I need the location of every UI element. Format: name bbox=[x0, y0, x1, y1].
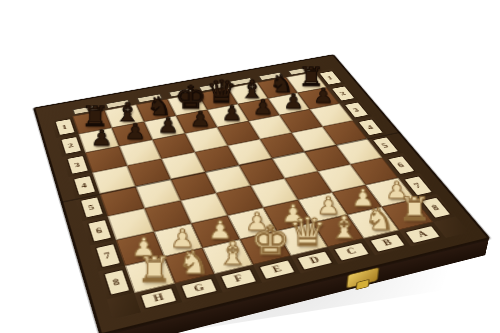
piece-light-rook[interactable]: ♜ bbox=[395, 193, 434, 225]
piece-dark-pawn[interactable]: ♟ bbox=[118, 121, 152, 142]
rank-label-right-5: 5 bbox=[371, 136, 399, 154]
rank-label-left-1: 1 bbox=[54, 118, 75, 135]
piece-dark-pawn[interactable]: ♟ bbox=[216, 103, 249, 124]
file-label-h: H bbox=[139, 286, 177, 308]
square-h2[interactable]: ♟ bbox=[79, 127, 120, 152]
piece-light-queen[interactable]: ♛ bbox=[288, 211, 328, 251]
rank-label-left-3: 3 bbox=[66, 155, 89, 174]
piece-light-bishop[interactable]: ♝ bbox=[324, 211, 363, 242]
file-label-g: G bbox=[180, 277, 218, 299]
rank-label-left-7: 7 bbox=[94, 243, 121, 268]
piece-dark-pawn[interactable]: ♟ bbox=[247, 97, 280, 118]
rank-label-left-8: 8 bbox=[102, 269, 130, 296]
piece-light-rook[interactable]: ♜ bbox=[133, 252, 175, 287]
piece-dark-pawn[interactable]: ♟ bbox=[307, 86, 339, 106]
product-photo-stage: 1♜♝♞♚♛♝♞♜12♟♟♟♟♟♟♟♟2334455667♟♟♟♟♟♟♟♟78♜… bbox=[0, 0, 500, 333]
piece-light-bishop[interactable]: ♝ bbox=[212, 237, 253, 269]
piece-dark-pawn[interactable]: ♟ bbox=[184, 109, 217, 130]
rank-label-left-5: 5 bbox=[79, 196, 104, 218]
rank-label-left-2: 2 bbox=[60, 136, 82, 154]
piece-light-knight[interactable]: ♞ bbox=[173, 246, 214, 278]
rank-label-right-6: 6 bbox=[386, 155, 415, 174]
file-label-a: A bbox=[404, 224, 441, 243]
piece-dark-pawn[interactable]: ♟ bbox=[277, 91, 310, 111]
rank-label-left-6: 6 bbox=[86, 219, 112, 242]
piece-dark-pawn[interactable]: ♟ bbox=[84, 127, 119, 149]
piece-light-king[interactable]: ♚ bbox=[250, 220, 290, 260]
piece-light-knight[interactable]: ♞ bbox=[360, 203, 399, 233]
rank-label-left-4: 4 bbox=[72, 175, 96, 196]
piece-dark-pawn[interactable]: ♟ bbox=[151, 115, 185, 136]
